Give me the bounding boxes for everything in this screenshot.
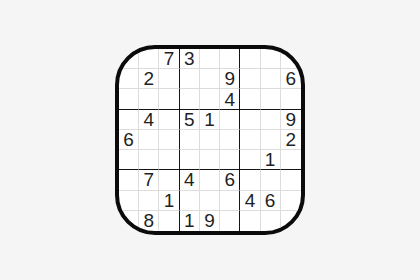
cell-r9c9[interactable] xyxy=(281,211,301,231)
cell-r1c1[interactable] xyxy=(119,49,139,69)
cell-r4c1[interactable] xyxy=(119,110,139,130)
cell-r6c7[interactable] xyxy=(240,150,260,170)
cell-r6c1[interactable] xyxy=(119,150,139,170)
cell-r5c5[interactable] xyxy=(200,130,220,150)
cell-r1c8[interactable] xyxy=(261,49,281,69)
cell-r3c6[interactable]: 4 xyxy=(220,89,240,109)
cell-r7c5[interactable] xyxy=(200,170,220,190)
cell-r4c9[interactable]: 9 xyxy=(281,110,301,130)
cell-r7c2[interactable]: 7 xyxy=(139,170,159,190)
cell-r8c1[interactable] xyxy=(119,191,139,211)
cell-r6c9[interactable] xyxy=(281,150,301,170)
cell-r8c6[interactable] xyxy=(220,191,240,211)
cell-r3c5[interactable] xyxy=(200,89,220,109)
cell-r5c8[interactable] xyxy=(261,130,281,150)
cell-r1c3[interactable]: 7 xyxy=(159,49,179,69)
cell-r3c9[interactable] xyxy=(281,89,301,109)
cell-r5c4[interactable] xyxy=(180,130,200,150)
cell-r1c9[interactable] xyxy=(281,49,301,69)
cell-r7c1[interactable] xyxy=(119,170,139,190)
cell-r2c3[interactable] xyxy=(159,69,179,89)
cell-r4c8[interactable] xyxy=(261,110,281,130)
cell-r4c3[interactable] xyxy=(159,110,179,130)
cell-r6c6[interactable] xyxy=(220,150,240,170)
cell-r5c1[interactable]: 6 xyxy=(119,130,139,150)
cell-r3c1[interactable] xyxy=(119,89,139,109)
cell-r7c7[interactable] xyxy=(240,170,260,190)
cell-r9c2[interactable]: 8 xyxy=(139,211,159,231)
cell-r8c4[interactable] xyxy=(180,191,200,211)
cell-r1c6[interactable] xyxy=(220,49,240,69)
cell-r3c4[interactable] xyxy=(180,89,200,109)
cell-r9c3[interactable] xyxy=(159,211,179,231)
cell-r5c9[interactable]: 2 xyxy=(281,130,301,150)
cell-r6c5[interactable] xyxy=(200,150,220,170)
cell-r2c1[interactable] xyxy=(119,69,139,89)
cell-r7c8[interactable] xyxy=(261,170,281,190)
cell-r1c7[interactable] xyxy=(240,49,260,69)
cell-r4c5[interactable]: 1 xyxy=(200,110,220,130)
cell-r6c2[interactable] xyxy=(139,150,159,170)
cell-r3c8[interactable] xyxy=(261,89,281,109)
cell-r4c2[interactable]: 4 xyxy=(139,110,159,130)
cell-r1c5[interactable] xyxy=(200,49,220,69)
page-background: { "game": "sudoku", "position": "..73...… xyxy=(0,0,420,280)
cell-r3c2[interactable] xyxy=(139,89,159,109)
cell-r1c4[interactable]: 3 xyxy=(180,49,200,69)
cell-r8c3[interactable]: 1 xyxy=(159,191,179,211)
cell-r7c6[interactable]: 6 xyxy=(220,170,240,190)
cell-r4c4[interactable]: 5 xyxy=(180,110,200,130)
cell-r2c6[interactable]: 9 xyxy=(220,69,240,89)
cell-r7c3[interactable] xyxy=(159,170,179,190)
cell-r9c1[interactable] xyxy=(119,211,139,231)
cell-r9c7[interactable] xyxy=(240,211,260,231)
cell-r7c9[interactable] xyxy=(281,170,301,190)
cell-r8c9[interactable] xyxy=(281,191,301,211)
cell-r2c5[interactable] xyxy=(200,69,220,89)
cell-r2c9[interactable]: 6 xyxy=(281,69,301,89)
cell-r4c7[interactable] xyxy=(240,110,260,130)
cell-r3c7[interactable] xyxy=(240,89,260,109)
cell-r7c4[interactable]: 4 xyxy=(180,170,200,190)
cell-r6c8[interactable]: 1 xyxy=(261,150,281,170)
cell-r5c2[interactable] xyxy=(139,130,159,150)
cell-r5c3[interactable] xyxy=(159,130,179,150)
cell-r5c7[interactable] xyxy=(240,130,260,150)
cell-r4c6[interactable] xyxy=(220,110,240,130)
cell-r8c5[interactable] xyxy=(200,191,220,211)
sudoku-grid: 7329644519621746146819 xyxy=(119,49,301,231)
cell-r9c8[interactable] xyxy=(261,211,281,231)
cell-r6c3[interactable] xyxy=(159,150,179,170)
cell-r9c5[interactable]: 9 xyxy=(200,211,220,231)
cell-r8c2[interactable] xyxy=(139,191,159,211)
cell-r2c8[interactable] xyxy=(261,69,281,89)
sudoku-app-icon[interactable]: 7329644519621746146819 xyxy=(115,45,305,235)
cell-r9c6[interactable] xyxy=(220,211,240,231)
cell-r1c2[interactable] xyxy=(139,49,159,69)
cell-r8c8[interactable]: 6 xyxy=(261,191,281,211)
cell-r5c6[interactable] xyxy=(220,130,240,150)
cell-r2c7[interactable] xyxy=(240,69,260,89)
cell-r3c3[interactable] xyxy=(159,89,179,109)
cell-r8c7[interactable]: 4 xyxy=(240,191,260,211)
cell-r2c2[interactable]: 2 xyxy=(139,69,159,89)
cell-r6c4[interactable] xyxy=(180,150,200,170)
cell-r2c4[interactable] xyxy=(180,69,200,89)
cell-r9c4[interactable]: 1 xyxy=(180,211,200,231)
